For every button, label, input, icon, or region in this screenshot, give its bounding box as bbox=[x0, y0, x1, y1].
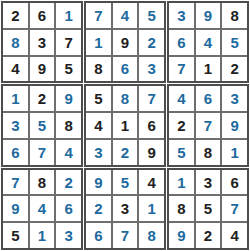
box-r2c2: 587416329 bbox=[84, 84, 166, 166]
cell-r4c6[interactable]: 7 bbox=[139, 86, 164, 111]
cell-r2c3[interactable]: 7 bbox=[56, 30, 81, 55]
cell-r5c7[interactable]: 2 bbox=[169, 113, 194, 138]
box-r2c1: 129358674 bbox=[1, 84, 83, 166]
cell-r8c6[interactable]: 1 bbox=[139, 196, 164, 221]
cell-r1c5[interactable]: 4 bbox=[113, 3, 138, 28]
cell-r9c6[interactable]: 8 bbox=[139, 223, 164, 248]
box-r2c3: 463279581 bbox=[167, 84, 249, 166]
cell-r3c4[interactable]: 8 bbox=[86, 57, 111, 82]
box-r1c1: 261837495 bbox=[1, 1, 83, 83]
cell-r9c2[interactable]: 1 bbox=[30, 223, 55, 248]
cell-r8c2[interactable]: 4 bbox=[30, 196, 55, 221]
cell-r4c2[interactable]: 2 bbox=[30, 86, 55, 111]
cell-r8c3[interactable]: 6 bbox=[56, 196, 81, 221]
cell-r2c9[interactable]: 5 bbox=[222, 30, 247, 55]
cell-r9c7[interactable]: 9 bbox=[169, 223, 194, 248]
cell-r1c1[interactable]: 2 bbox=[3, 3, 28, 28]
cell-r5c3[interactable]: 8 bbox=[56, 113, 81, 138]
box-r1c2: 745192863 bbox=[84, 1, 166, 83]
cell-r4c3[interactable]: 9 bbox=[56, 86, 81, 111]
cell-r8c5[interactable]: 3 bbox=[113, 196, 138, 221]
cell-r7c9[interactable]: 6 bbox=[222, 170, 247, 195]
cell-r8c8[interactable]: 5 bbox=[196, 196, 221, 221]
cell-r4c1[interactable]: 1 bbox=[3, 86, 28, 111]
cell-r3c8[interactable]: 1 bbox=[196, 57, 221, 82]
cell-r2c2[interactable]: 3 bbox=[30, 30, 55, 55]
cell-r5c8[interactable]: 7 bbox=[196, 113, 221, 138]
cell-r3c3[interactable]: 5 bbox=[56, 57, 81, 82]
cell-r2c8[interactable]: 4 bbox=[196, 30, 221, 55]
cell-r1c8[interactable]: 9 bbox=[196, 3, 221, 28]
cell-r3c1[interactable]: 4 bbox=[3, 57, 28, 82]
cell-r5c5[interactable]: 1 bbox=[113, 113, 138, 138]
cell-r2c4[interactable]: 1 bbox=[86, 30, 111, 55]
box-r3c2: 954231678 bbox=[84, 168, 166, 250]
cell-r9c9[interactable]: 4 bbox=[222, 223, 247, 248]
cell-r2c6[interactable]: 2 bbox=[139, 30, 164, 55]
cell-r3c6[interactable]: 3 bbox=[139, 57, 164, 82]
cell-r7c5[interactable]: 5 bbox=[113, 170, 138, 195]
cell-r7c1[interactable]: 7 bbox=[3, 170, 28, 195]
cell-r9c4[interactable]: 6 bbox=[86, 223, 111, 248]
cell-r5c6[interactable]: 6 bbox=[139, 113, 164, 138]
cell-r9c1[interactable]: 5 bbox=[3, 223, 28, 248]
cell-r8c1[interactable]: 9 bbox=[3, 196, 28, 221]
cell-r4c5[interactable]: 8 bbox=[113, 86, 138, 111]
cell-r2c7[interactable]: 6 bbox=[169, 30, 194, 55]
cell-r6c5[interactable]: 2 bbox=[113, 140, 138, 165]
cell-r4c4[interactable]: 5 bbox=[86, 86, 111, 111]
cell-r7c2[interactable]: 8 bbox=[30, 170, 55, 195]
cell-r6c9[interactable]: 1 bbox=[222, 140, 247, 165]
cell-r1c3[interactable]: 1 bbox=[56, 3, 81, 28]
cell-r7c7[interactable]: 1 bbox=[169, 170, 194, 195]
cell-r8c9[interactable]: 7 bbox=[222, 196, 247, 221]
cell-r7c4[interactable]: 9 bbox=[86, 170, 111, 195]
cell-r9c8[interactable]: 2 bbox=[196, 223, 221, 248]
cell-r8c7[interactable]: 8 bbox=[169, 196, 194, 221]
cell-r1c2[interactable]: 6 bbox=[30, 3, 55, 28]
cell-r6c6[interactable]: 9 bbox=[139, 140, 164, 165]
cell-r1c4[interactable]: 7 bbox=[86, 3, 111, 28]
cell-r4c8[interactable]: 6 bbox=[196, 86, 221, 111]
box-r1c3: 398645712 bbox=[167, 1, 249, 83]
cell-r7c6[interactable]: 4 bbox=[139, 170, 164, 195]
cell-r3c9[interactable]: 2 bbox=[222, 57, 247, 82]
cell-r3c7[interactable]: 7 bbox=[169, 57, 194, 82]
cell-r7c8[interactable]: 3 bbox=[196, 170, 221, 195]
cell-r6c1[interactable]: 6 bbox=[3, 140, 28, 165]
cell-r5c2[interactable]: 5 bbox=[30, 113, 55, 138]
cell-r4c7[interactable]: 4 bbox=[169, 86, 194, 111]
cell-r6c8[interactable]: 8 bbox=[196, 140, 221, 165]
cell-r5c1[interactable]: 3 bbox=[3, 113, 28, 138]
cell-r2c5[interactable]: 9 bbox=[113, 30, 138, 55]
cell-r6c2[interactable]: 7 bbox=[30, 140, 55, 165]
cell-r5c9[interactable]: 9 bbox=[222, 113, 247, 138]
cell-r8c4[interactable]: 2 bbox=[86, 196, 111, 221]
box-r3c1: 782946513 bbox=[1, 168, 83, 250]
sudoku-board: 2618374957451928633986457121293586745874… bbox=[0, 0, 250, 251]
cell-r1c9[interactable]: 8 bbox=[222, 3, 247, 28]
cell-r6c4[interactable]: 3 bbox=[86, 140, 111, 165]
cell-r2c1[interactable]: 8 bbox=[3, 30, 28, 55]
cell-r4c9[interactable]: 3 bbox=[222, 86, 247, 111]
cell-r3c2[interactable]: 9 bbox=[30, 57, 55, 82]
cell-r1c7[interactable]: 3 bbox=[169, 3, 194, 28]
box-r3c3: 136857924 bbox=[167, 168, 249, 250]
cell-r3c5[interactable]: 6 bbox=[113, 57, 138, 82]
cell-r6c7[interactable]: 5 bbox=[169, 140, 194, 165]
cell-r5c4[interactable]: 4 bbox=[86, 113, 111, 138]
cell-r9c5[interactable]: 7 bbox=[113, 223, 138, 248]
cell-r1c6[interactable]: 5 bbox=[139, 3, 164, 28]
cell-r6c3[interactable]: 4 bbox=[56, 140, 81, 165]
cell-r7c3[interactable]: 2 bbox=[56, 170, 81, 195]
cell-r9c3[interactable]: 3 bbox=[56, 223, 81, 248]
